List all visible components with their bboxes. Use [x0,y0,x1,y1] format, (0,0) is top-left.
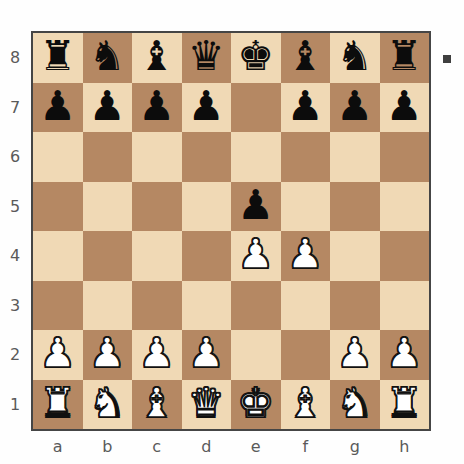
file-label-g: g [330,431,380,461]
square-c1[interactable]: ♝ [132,380,182,430]
square-b6[interactable] [83,132,133,182]
rank-label-2: 2 [0,330,30,380]
white-queen[interactable]: ♛ [188,383,225,424]
square-b3[interactable] [83,281,133,331]
square-e2[interactable] [231,330,281,380]
square-g8[interactable]: ♞ [330,33,380,83]
square-h7[interactable]: ♟ [380,83,430,133]
square-h8[interactable]: ♜ [380,33,430,83]
square-c7[interactable]: ♟ [132,83,182,133]
black-bishop[interactable]: ♝ [287,36,324,77]
square-a6[interactable] [33,132,83,182]
square-e7[interactable] [231,83,281,133]
square-g6[interactable] [330,132,380,182]
square-a3[interactable] [33,281,83,331]
square-g3[interactable] [330,281,380,331]
square-f6[interactable] [281,132,331,182]
square-h4[interactable] [380,231,430,281]
white-pawn[interactable]: ♟ [386,333,423,374]
black-knight[interactable]: ♞ [336,36,373,77]
square-f8[interactable]: ♝ [281,33,331,83]
square-b5[interactable] [83,182,133,232]
white-pawn[interactable]: ♟ [138,333,175,374]
rank-label-4: 4 [0,231,30,281]
square-b2[interactable]: ♟ [83,330,133,380]
white-pawn[interactable]: ♟ [188,333,225,374]
square-h2[interactable]: ♟ [380,330,430,380]
white-knight[interactable]: ♞ [89,383,126,424]
file-label-e: e [231,431,281,461]
white-pawn[interactable]: ♟ [287,234,324,275]
square-g7[interactable]: ♟ [330,83,380,133]
square-e3[interactable] [231,281,281,331]
square-a7[interactable]: ♟ [33,83,83,133]
black-pawn[interactable]: ♟ [188,86,225,127]
square-h1[interactable]: ♜ [380,380,430,430]
square-d1[interactable]: ♛ [182,380,232,430]
square-e5[interactable]: ♟ [231,182,281,232]
square-c5[interactable] [132,182,182,232]
square-a4[interactable] [33,231,83,281]
square-h3[interactable] [380,281,430,331]
white-rook[interactable]: ♜ [386,383,423,424]
white-king[interactable]: ♚ [237,383,274,424]
square-f7[interactable]: ♟ [281,83,331,133]
square-f1[interactable]: ♝ [281,380,331,430]
black-knight[interactable]: ♞ [89,36,126,77]
black-pawn[interactable]: ♟ [386,86,423,127]
white-bishop[interactable]: ♝ [287,383,324,424]
square-d4[interactable] [182,231,232,281]
square-a8[interactable]: ♜ [33,33,83,83]
square-g5[interactable] [330,182,380,232]
file-labels: abcdefgh [33,431,429,461]
square-f4[interactable]: ♟ [281,231,331,281]
chess-board: ♜♞♝♛♚♝♞♜♟♟♟♟♟♟♟♟♟♟♟♟♟♟♟♟♜♞♝♛♚♝♞♜ [31,31,431,431]
black-rook[interactable]: ♜ [39,36,76,77]
black-pawn[interactable]: ♟ [287,86,324,127]
black-pawn[interactable]: ♟ [237,185,274,226]
white-pawn[interactable]: ♟ [336,333,373,374]
white-rook[interactable]: ♜ [39,383,76,424]
square-g4[interactable] [330,231,380,281]
white-knight[interactable]: ♞ [336,383,373,424]
file-label-h: h [380,431,430,461]
rank-label-6: 6 [0,132,30,182]
square-e1[interactable]: ♚ [231,380,281,430]
black-king[interactable]: ♚ [237,36,274,77]
square-c6[interactable] [132,132,182,182]
black-queen[interactable]: ♛ [188,36,225,77]
black-rook[interactable]: ♜ [386,36,423,77]
square-g1[interactable]: ♞ [330,380,380,430]
square-b1[interactable]: ♞ [83,380,133,430]
black-pawn[interactable]: ♟ [336,86,373,127]
square-c4[interactable] [132,231,182,281]
black-pawn[interactable]: ♟ [89,86,126,127]
square-h5[interactable] [380,182,430,232]
white-bishop[interactable]: ♝ [138,383,175,424]
file-label-d: d [182,431,232,461]
square-e4[interactable]: ♟ [231,231,281,281]
square-d6[interactable] [182,132,232,182]
file-label-b: b [83,431,133,461]
side-to-move-indicator [443,55,451,63]
square-c8[interactable]: ♝ [132,33,182,83]
square-d8[interactable]: ♛ [182,33,232,83]
white-pawn[interactable]: ♟ [237,234,274,275]
square-d2[interactable]: ♟ [182,330,232,380]
rank-label-3: 3 [0,281,30,331]
file-label-f: f [281,431,331,461]
rank-label-1: 1 [0,380,30,430]
square-h6[interactable] [380,132,430,182]
square-b8[interactable]: ♞ [83,33,133,83]
square-a2[interactable]: ♟ [33,330,83,380]
file-label-c: c [132,431,182,461]
file-label-a: a [33,431,83,461]
square-d7[interactable]: ♟ [182,83,232,133]
square-a5[interactable] [33,182,83,232]
white-pawn[interactable]: ♟ [39,333,76,374]
square-e8[interactable]: ♚ [231,33,281,83]
rank-labels: 87654321 [0,33,30,429]
white-pawn[interactable]: ♟ [89,333,126,374]
square-a1[interactable]: ♜ [33,380,83,430]
square-c2[interactable]: ♟ [132,330,182,380]
black-pawn[interactable]: ♟ [39,86,76,127]
rank-label-5: 5 [0,182,30,232]
rank-label-7: 7 [0,83,30,133]
black-pawn[interactable]: ♟ [138,86,175,127]
square-f3[interactable] [281,281,331,331]
square-b7[interactable]: ♟ [83,83,133,133]
black-bishop[interactable]: ♝ [138,36,175,77]
square-g2[interactable]: ♟ [330,330,380,380]
square-f2[interactable] [281,330,331,380]
square-d3[interactable] [182,281,232,331]
square-c3[interactable] [132,281,182,331]
square-d5[interactable] [182,182,232,232]
rank-label-8: 8 [0,33,30,83]
square-f5[interactable] [281,182,331,232]
square-e6[interactable] [231,132,281,182]
chess-board-page: 87654321 ♜♞♝♛♚♝♞♜♟♟♟♟♟♟♟♟♟♟♟♟♟♟♟♟♜♞♝♛♚♝♞… [0,0,464,464]
square-b4[interactable] [83,231,133,281]
